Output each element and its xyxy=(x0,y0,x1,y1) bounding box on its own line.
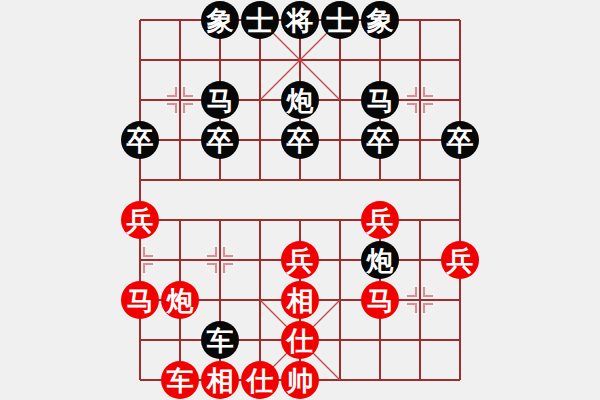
piece-black-soldier[interactable]: 卒 xyxy=(441,121,479,159)
piece-red-soldier[interactable]: 兵 xyxy=(441,241,479,279)
piece-black-soldier[interactable]: 卒 xyxy=(201,121,239,159)
piece-red-chariot[interactable]: 车 xyxy=(161,361,199,399)
piece-black-soldier[interactable]: 卒 xyxy=(281,121,319,159)
piece-red-soldier[interactable]: 兵 xyxy=(281,241,319,279)
xiangqi-board: 象士将士象马炮马卒卒卒卒卒兵兵兵炮兵马炮相马车仕车相仕帅 xyxy=(0,0,600,400)
piece-black-horse[interactable]: 马 xyxy=(201,81,239,119)
piece-red-advisor[interactable]: 仕 xyxy=(241,361,279,399)
piece-red-horse[interactable]: 马 xyxy=(361,281,399,319)
piece-red-general[interactable]: 帅 xyxy=(281,361,319,399)
piece-red-soldier[interactable]: 兵 xyxy=(121,201,159,239)
piece-red-advisor[interactable]: 仕 xyxy=(281,321,319,359)
piece-black-advisor[interactable]: 士 xyxy=(241,1,279,39)
piece-red-cannon[interactable]: 炮 xyxy=(161,281,199,319)
piece-red-elephant[interactable]: 相 xyxy=(201,361,239,399)
piece-red-soldier[interactable]: 兵 xyxy=(361,201,399,239)
piece-black-cannon[interactable]: 炮 xyxy=(361,241,399,279)
piece-black-cannon[interactable]: 炮 xyxy=(281,81,319,119)
piece-black-horse[interactable]: 马 xyxy=(361,81,399,119)
piece-black-soldier[interactable]: 卒 xyxy=(121,121,159,159)
pieces-layer: 象士将士象马炮马卒卒卒卒卒兵兵兵炮兵马炮相马车仕车相仕帅 xyxy=(0,0,600,400)
piece-black-elephant[interactable]: 象 xyxy=(361,1,399,39)
piece-black-advisor[interactable]: 士 xyxy=(321,1,359,39)
piece-black-chariot[interactable]: 车 xyxy=(201,321,239,359)
piece-black-general[interactable]: 将 xyxy=(281,1,319,39)
piece-red-elephant[interactable]: 相 xyxy=(281,281,319,319)
piece-red-horse[interactable]: 马 xyxy=(121,281,159,319)
piece-black-elephant[interactable]: 象 xyxy=(201,1,239,39)
piece-black-soldier[interactable]: 卒 xyxy=(361,121,399,159)
